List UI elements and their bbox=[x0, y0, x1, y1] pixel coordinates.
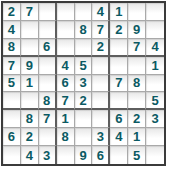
cell-r7c3[interactable]: 7 bbox=[39, 110, 57, 128]
cell-r9c5[interactable]: 9 bbox=[75, 146, 93, 164]
cell-r8c9[interactable] bbox=[146, 128, 164, 146]
cell-r7c1[interactable] bbox=[3, 110, 21, 128]
cell-r1c2[interactable]: 7 bbox=[21, 3, 39, 21]
cell-r5c4[interactable]: 6 bbox=[57, 75, 75, 93]
sudoku-board-frame: 2741487298627479451516378872587162362834… bbox=[1, 1, 166, 166]
cell-r9c7[interactable] bbox=[110, 146, 128, 164]
cell-r3c5[interactable] bbox=[75, 39, 93, 57]
cell-r8c2[interactable]: 2 bbox=[21, 128, 39, 146]
cell-r7c4[interactable]: 1 bbox=[57, 110, 75, 128]
cell-r2c9[interactable] bbox=[146, 21, 164, 39]
cell-r6c9[interactable]: 5 bbox=[146, 92, 164, 110]
cell-r4c3[interactable] bbox=[39, 57, 57, 75]
cell-r6c5[interactable]: 2 bbox=[75, 92, 93, 110]
cell-r4c4[interactable]: 4 bbox=[57, 57, 75, 75]
cell-r3c7[interactable] bbox=[110, 39, 128, 57]
cell-r1c1[interactable]: 2 bbox=[3, 3, 21, 21]
cell-r1c5[interactable] bbox=[75, 3, 93, 21]
cell-r5c7[interactable]: 7 bbox=[110, 75, 128, 93]
cell-r9c2[interactable]: 4 bbox=[21, 146, 39, 164]
cell-r7c9[interactable]: 3 bbox=[146, 110, 164, 128]
cell-r3c6[interactable]: 2 bbox=[92, 39, 110, 57]
cell-r6c8[interactable] bbox=[128, 92, 146, 110]
cell-r2c5[interactable]: 8 bbox=[75, 21, 93, 39]
sudoku-board: 2741487298627479451516378872587162362834… bbox=[3, 3, 164, 164]
cell-r3c1[interactable]: 8 bbox=[3, 39, 21, 57]
cell-r4c2[interactable]: 9 bbox=[21, 57, 39, 75]
cell-r6c3[interactable]: 8 bbox=[39, 92, 57, 110]
cell-r6c2[interactable] bbox=[21, 92, 39, 110]
cell-r3c2[interactable] bbox=[21, 39, 39, 57]
cell-r7c8[interactable]: 2 bbox=[128, 110, 146, 128]
cell-r9c9[interactable] bbox=[146, 146, 164, 164]
cell-r5c3[interactable] bbox=[39, 75, 57, 93]
cell-r8c7[interactable]: 4 bbox=[110, 128, 128, 146]
cell-r2c4[interactable] bbox=[57, 21, 75, 39]
cell-r1c4[interactable] bbox=[57, 3, 75, 21]
cell-r6c7[interactable] bbox=[110, 92, 128, 110]
cell-r4c6[interactable] bbox=[92, 57, 110, 75]
cell-r5c9[interactable] bbox=[146, 75, 164, 93]
cell-r8c5[interactable] bbox=[75, 128, 93, 146]
cell-r7c2[interactable]: 8 bbox=[21, 110, 39, 128]
cell-r9c1[interactable] bbox=[3, 146, 21, 164]
cell-r9c3[interactable]: 3 bbox=[39, 146, 57, 164]
cell-r3c4[interactable] bbox=[57, 39, 75, 57]
cell-r2c6[interactable]: 7 bbox=[92, 21, 110, 39]
cell-r8c8[interactable]: 1 bbox=[128, 128, 146, 146]
cell-r1c7[interactable]: 1 bbox=[110, 3, 128, 21]
cell-r1c6[interactable]: 4 bbox=[92, 3, 110, 21]
cell-r5c6[interactable] bbox=[92, 75, 110, 93]
cell-r9c4[interactable] bbox=[57, 146, 75, 164]
cell-r4c8[interactable] bbox=[128, 57, 146, 75]
cell-r2c1[interactable]: 4 bbox=[3, 21, 21, 39]
cell-r6c1[interactable] bbox=[3, 92, 21, 110]
cell-r7c7[interactable]: 6 bbox=[110, 110, 128, 128]
cell-r4c5[interactable]: 5 bbox=[75, 57, 93, 75]
cell-r4c7[interactable] bbox=[110, 57, 128, 75]
cell-r4c1[interactable]: 7 bbox=[3, 57, 21, 75]
cell-r4c9[interactable]: 1 bbox=[146, 57, 164, 75]
cell-r6c4[interactable]: 7 bbox=[57, 92, 75, 110]
cell-r2c7[interactable]: 2 bbox=[110, 21, 128, 39]
cell-r7c6[interactable] bbox=[92, 110, 110, 128]
cell-r2c8[interactable]: 9 bbox=[128, 21, 146, 39]
cell-r5c5[interactable]: 3 bbox=[75, 75, 93, 93]
cell-r1c3[interactable] bbox=[39, 3, 57, 21]
cell-r3c9[interactable]: 4 bbox=[146, 39, 164, 57]
cell-r9c6[interactable]: 6 bbox=[92, 146, 110, 164]
cell-r7c5[interactable] bbox=[75, 110, 93, 128]
cell-r5c8[interactable]: 8 bbox=[128, 75, 146, 93]
cell-r2c2[interactable] bbox=[21, 21, 39, 39]
cell-r8c3[interactable] bbox=[39, 128, 57, 146]
cell-r6c6[interactable] bbox=[92, 92, 110, 110]
cell-r5c1[interactable]: 5 bbox=[3, 75, 21, 93]
cell-r9c8[interactable]: 5 bbox=[128, 146, 146, 164]
cell-r5c2[interactable]: 1 bbox=[21, 75, 39, 93]
cell-r3c3[interactable]: 6 bbox=[39, 39, 57, 57]
cell-r8c1[interactable]: 6 bbox=[3, 128, 21, 146]
cell-r1c9[interactable] bbox=[146, 3, 164, 21]
cell-r3c8[interactable]: 7 bbox=[128, 39, 146, 57]
cell-r1c8[interactable] bbox=[128, 3, 146, 21]
cell-r2c3[interactable] bbox=[39, 21, 57, 39]
cell-r8c4[interactable]: 8 bbox=[57, 128, 75, 146]
cell-r8c6[interactable]: 3 bbox=[92, 128, 110, 146]
